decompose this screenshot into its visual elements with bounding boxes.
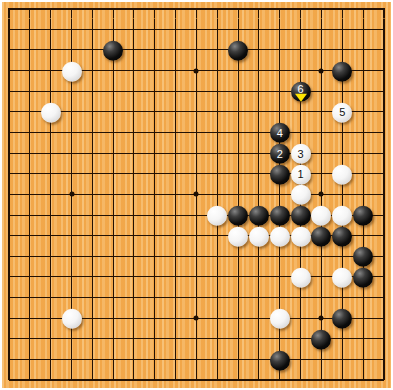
intersection[interactable] (311, 0, 332, 19)
intersection[interactable] (165, 349, 186, 370)
intersection[interactable] (103, 370, 124, 390)
intersection[interactable] (228, 205, 249, 226)
intersection[interactable] (103, 246, 124, 267)
intersection[interactable] (82, 143, 103, 164)
intersection[interactable] (186, 267, 207, 288)
intersection[interactable] (82, 246, 103, 267)
intersection[interactable] (290, 205, 311, 226)
intersection[interactable] (311, 329, 332, 350)
intersection[interactable] (19, 205, 40, 226)
intersection[interactable] (0, 60, 19, 81)
intersection[interactable] (0, 184, 19, 205)
intersection[interactable] (186, 205, 207, 226)
intersection[interactable] (103, 122, 124, 143)
intersection[interactable] (228, 267, 249, 288)
intersection[interactable] (290, 246, 311, 267)
intersection[interactable] (290, 184, 311, 205)
intersection[interactable] (186, 19, 207, 40)
intersection[interactable] (61, 370, 82, 390)
intersection[interactable] (249, 267, 270, 288)
intersection[interactable] (186, 184, 207, 205)
intersection[interactable] (124, 81, 145, 102)
intersection[interactable] (40, 308, 61, 329)
intersection[interactable] (103, 329, 124, 350)
intersection[interactable] (290, 19, 311, 40)
intersection[interactable]: 5 (332, 102, 353, 123)
intersection[interactable] (103, 205, 124, 226)
intersection[interactable] (0, 143, 19, 164)
intersection[interactable] (103, 40, 124, 61)
intersection[interactable] (249, 349, 270, 370)
intersection[interactable] (207, 40, 228, 61)
intersection[interactable] (103, 163, 124, 184)
intersection[interactable] (228, 370, 249, 390)
intersection[interactable] (61, 40, 82, 61)
intersection[interactable] (311, 122, 332, 143)
intersection[interactable] (103, 19, 124, 40)
intersection[interactable]: 1 (290, 163, 311, 184)
intersection[interactable] (186, 40, 207, 61)
intersection[interactable] (40, 246, 61, 267)
intersection[interactable] (228, 19, 249, 40)
intersection[interactable] (353, 267, 374, 288)
intersection[interactable] (144, 184, 165, 205)
intersection[interactable] (207, 308, 228, 329)
intersection[interactable] (269, 60, 290, 81)
intersection[interactable] (124, 19, 145, 40)
intersection[interactable] (165, 19, 186, 40)
intersection[interactable] (61, 205, 82, 226)
intersection[interactable] (0, 163, 19, 184)
intersection[interactable] (332, 122, 353, 143)
intersection[interactable] (228, 143, 249, 164)
intersection[interactable] (207, 19, 228, 40)
intersection[interactable] (374, 0, 393, 19)
intersection[interactable] (124, 143, 145, 164)
intersection[interactable] (124, 60, 145, 81)
intersection[interactable] (124, 370, 145, 390)
intersection[interactable] (311, 246, 332, 267)
intersection[interactable] (228, 81, 249, 102)
intersection[interactable] (207, 122, 228, 143)
intersection[interactable] (290, 225, 311, 246)
intersection[interactable] (19, 329, 40, 350)
intersection[interactable] (124, 122, 145, 143)
intersection[interactable] (290, 40, 311, 61)
intersection[interactable] (374, 308, 393, 329)
intersection[interactable] (269, 184, 290, 205)
intersection[interactable] (332, 184, 353, 205)
intersection[interactable] (144, 246, 165, 267)
intersection[interactable] (311, 225, 332, 246)
intersection[interactable] (228, 102, 249, 123)
intersection[interactable] (374, 102, 393, 123)
intersection[interactable] (82, 370, 103, 390)
intersection[interactable] (40, 329, 61, 350)
intersection[interactable] (228, 225, 249, 246)
intersection[interactable] (82, 267, 103, 288)
intersection[interactable] (165, 370, 186, 390)
intersection[interactable] (0, 267, 19, 288)
intersection[interactable]: 6 (290, 81, 311, 102)
intersection[interactable] (82, 60, 103, 81)
intersection[interactable] (311, 40, 332, 61)
intersection[interactable] (124, 349, 145, 370)
intersection[interactable] (353, 329, 374, 350)
intersection[interactable] (269, 40, 290, 61)
intersection[interactable] (165, 308, 186, 329)
intersection[interactable] (144, 287, 165, 308)
intersection[interactable] (40, 163, 61, 184)
intersection[interactable] (103, 143, 124, 164)
intersection[interactable] (332, 163, 353, 184)
intersection[interactable] (269, 287, 290, 308)
intersection[interactable] (269, 205, 290, 226)
intersection[interactable] (228, 163, 249, 184)
intersection[interactable] (19, 184, 40, 205)
intersection[interactable] (353, 81, 374, 102)
intersection[interactable] (124, 287, 145, 308)
intersection[interactable] (40, 0, 61, 19)
intersection[interactable] (311, 267, 332, 288)
intersection[interactable] (103, 287, 124, 308)
intersection[interactable] (103, 308, 124, 329)
intersection[interactable] (228, 329, 249, 350)
intersection[interactable] (165, 163, 186, 184)
intersection[interactable] (249, 81, 270, 102)
intersection[interactable] (269, 370, 290, 390)
intersection[interactable] (249, 163, 270, 184)
intersection[interactable] (61, 184, 82, 205)
intersection[interactable] (19, 143, 40, 164)
intersection[interactable] (0, 308, 19, 329)
intersection[interactable] (290, 308, 311, 329)
intersection[interactable] (124, 246, 145, 267)
intersection[interactable] (249, 246, 270, 267)
intersection[interactable] (19, 0, 40, 19)
intersection[interactable] (332, 287, 353, 308)
intersection[interactable] (40, 225, 61, 246)
intersection[interactable] (249, 40, 270, 61)
intersection[interactable] (374, 143, 393, 164)
intersection[interactable] (332, 19, 353, 40)
intersection[interactable] (61, 0, 82, 19)
intersection[interactable] (228, 246, 249, 267)
intersection[interactable] (353, 246, 374, 267)
intersection[interactable] (311, 143, 332, 164)
intersection[interactable] (249, 329, 270, 350)
intersection[interactable] (61, 122, 82, 143)
intersection[interactable]: 4 (269, 122, 290, 143)
intersection[interactable] (186, 225, 207, 246)
intersection[interactable] (249, 287, 270, 308)
intersection[interactable] (82, 122, 103, 143)
intersection[interactable] (207, 267, 228, 288)
go-board[interactable]: 654231 (2, 2, 391, 388)
intersection[interactable] (40, 287, 61, 308)
intersection[interactable] (124, 267, 145, 288)
intersection[interactable] (40, 102, 61, 123)
intersection[interactable] (374, 205, 393, 226)
intersection[interactable] (19, 246, 40, 267)
intersection[interactable] (0, 329, 19, 350)
intersection[interactable] (61, 143, 82, 164)
intersection[interactable] (353, 163, 374, 184)
intersection[interactable] (165, 81, 186, 102)
intersection[interactable] (228, 308, 249, 329)
intersection[interactable] (165, 184, 186, 205)
intersection[interactable] (144, 205, 165, 226)
intersection[interactable] (19, 308, 40, 329)
intersection[interactable] (165, 287, 186, 308)
intersection[interactable] (332, 0, 353, 19)
intersection[interactable] (374, 184, 393, 205)
intersection[interactable] (269, 225, 290, 246)
intersection[interactable] (207, 81, 228, 102)
intersection[interactable] (61, 225, 82, 246)
intersection[interactable] (124, 225, 145, 246)
intersection[interactable] (165, 205, 186, 226)
intersection[interactable] (124, 205, 145, 226)
intersection[interactable] (332, 225, 353, 246)
intersection[interactable] (82, 0, 103, 19)
intersection[interactable] (103, 225, 124, 246)
intersection[interactable] (207, 143, 228, 164)
intersection[interactable] (186, 163, 207, 184)
intersection[interactable] (0, 19, 19, 40)
intersection[interactable] (61, 349, 82, 370)
intersection[interactable] (165, 122, 186, 143)
intersection[interactable] (82, 349, 103, 370)
intersection[interactable] (82, 40, 103, 61)
intersection[interactable] (19, 40, 40, 61)
intersection[interactable] (228, 287, 249, 308)
intersection[interactable] (0, 102, 19, 123)
intersection[interactable] (61, 329, 82, 350)
intersection[interactable] (311, 19, 332, 40)
intersection[interactable] (374, 329, 393, 350)
intersection[interactable] (186, 0, 207, 19)
intersection[interactable] (19, 122, 40, 143)
intersection[interactable] (61, 267, 82, 288)
intersection[interactable] (82, 102, 103, 123)
intersection[interactable] (144, 122, 165, 143)
intersection[interactable] (228, 40, 249, 61)
intersection[interactable] (144, 370, 165, 390)
intersection[interactable] (249, 205, 270, 226)
intersection[interactable] (144, 60, 165, 81)
intersection[interactable] (186, 287, 207, 308)
intersection[interactable] (249, 0, 270, 19)
intersection[interactable] (165, 225, 186, 246)
intersection[interactable] (19, 225, 40, 246)
intersection[interactable] (290, 122, 311, 143)
intersection[interactable] (186, 102, 207, 123)
intersection[interactable] (353, 205, 374, 226)
intersection[interactable] (19, 81, 40, 102)
intersection[interactable] (290, 102, 311, 123)
intersection[interactable] (186, 349, 207, 370)
intersection[interactable] (103, 102, 124, 123)
intersection[interactable] (269, 81, 290, 102)
intersection[interactable] (61, 246, 82, 267)
intersection[interactable] (40, 370, 61, 390)
intersection[interactable] (290, 329, 311, 350)
intersection[interactable] (124, 184, 145, 205)
intersection[interactable] (353, 0, 374, 19)
intersection[interactable] (144, 81, 165, 102)
intersection[interactable] (165, 60, 186, 81)
intersection[interactable] (228, 122, 249, 143)
intersection[interactable] (249, 143, 270, 164)
intersection[interactable] (40, 184, 61, 205)
intersection[interactable] (186, 81, 207, 102)
intersection[interactable] (61, 287, 82, 308)
intersection[interactable] (311, 349, 332, 370)
intersection[interactable] (61, 163, 82, 184)
intersection[interactable] (207, 370, 228, 390)
intersection[interactable] (61, 60, 82, 81)
intersection[interactable] (374, 349, 393, 370)
intersection[interactable] (186, 122, 207, 143)
intersection[interactable] (40, 81, 61, 102)
intersection[interactable] (353, 184, 374, 205)
intersection[interactable] (311, 163, 332, 184)
intersection[interactable] (353, 349, 374, 370)
intersection[interactable] (332, 246, 353, 267)
intersection[interactable] (207, 246, 228, 267)
intersection[interactable] (249, 225, 270, 246)
intersection[interactable] (374, 267, 393, 288)
intersection[interactable] (144, 143, 165, 164)
intersection[interactable] (228, 349, 249, 370)
intersection[interactable] (374, 60, 393, 81)
intersection[interactable] (353, 287, 374, 308)
intersection[interactable] (124, 102, 145, 123)
intersection[interactable] (19, 287, 40, 308)
intersection[interactable] (103, 184, 124, 205)
intersection[interactable] (0, 246, 19, 267)
intersection[interactable] (144, 225, 165, 246)
intersection[interactable] (249, 370, 270, 390)
intersection[interactable] (269, 163, 290, 184)
intersection[interactable] (186, 143, 207, 164)
intersection[interactable] (0, 349, 19, 370)
intersection[interactable] (144, 40, 165, 61)
intersection[interactable] (82, 81, 103, 102)
intersection[interactable] (19, 60, 40, 81)
intersection[interactable] (144, 329, 165, 350)
intersection[interactable] (0, 122, 19, 143)
intersection[interactable] (165, 246, 186, 267)
intersection[interactable] (311, 370, 332, 390)
intersection[interactable] (207, 329, 228, 350)
intersection[interactable] (249, 60, 270, 81)
intersection[interactable] (165, 40, 186, 61)
intersection[interactable] (0, 287, 19, 308)
intersection[interactable] (311, 308, 332, 329)
intersection[interactable] (124, 163, 145, 184)
intersection[interactable] (332, 329, 353, 350)
intersection[interactable] (269, 349, 290, 370)
intersection[interactable] (249, 102, 270, 123)
intersection[interactable] (124, 329, 145, 350)
intersection[interactable] (374, 122, 393, 143)
intersection[interactable] (61, 308, 82, 329)
intersection[interactable] (19, 102, 40, 123)
intersection[interactable] (40, 143, 61, 164)
intersection[interactable] (290, 267, 311, 288)
intersection[interactable] (353, 19, 374, 40)
intersection[interactable] (40, 122, 61, 143)
intersection[interactable] (269, 267, 290, 288)
intersection[interactable] (374, 19, 393, 40)
intersection[interactable] (40, 19, 61, 40)
intersection[interactable] (40, 349, 61, 370)
intersection[interactable] (144, 163, 165, 184)
intersection[interactable] (207, 163, 228, 184)
intersection[interactable] (290, 349, 311, 370)
intersection[interactable] (82, 205, 103, 226)
intersection[interactable] (269, 308, 290, 329)
intersection[interactable] (165, 0, 186, 19)
intersection[interactable] (374, 163, 393, 184)
intersection[interactable] (207, 287, 228, 308)
intersection[interactable] (353, 102, 374, 123)
intersection[interactable] (186, 329, 207, 350)
intersection[interactable] (269, 246, 290, 267)
intersection[interactable] (19, 370, 40, 390)
intersection[interactable]: 3 (290, 143, 311, 164)
intersection[interactable] (374, 40, 393, 61)
intersection[interactable] (207, 184, 228, 205)
intersection[interactable] (0, 81, 19, 102)
intersection[interactable] (228, 184, 249, 205)
intersection[interactable] (249, 19, 270, 40)
intersection[interactable] (124, 40, 145, 61)
intersection[interactable] (186, 246, 207, 267)
intersection[interactable] (103, 349, 124, 370)
intersection[interactable] (82, 225, 103, 246)
intersection[interactable] (82, 287, 103, 308)
intersection[interactable] (290, 0, 311, 19)
intersection[interactable] (332, 40, 353, 61)
intersection[interactable] (269, 0, 290, 19)
intersection[interactable]: 2 (269, 143, 290, 164)
intersection[interactable] (40, 60, 61, 81)
intersection[interactable] (82, 329, 103, 350)
intersection[interactable] (332, 267, 353, 288)
intersection[interactable] (332, 60, 353, 81)
intersection[interactable] (374, 370, 393, 390)
intersection[interactable] (144, 102, 165, 123)
intersection[interactable] (290, 287, 311, 308)
intersection[interactable] (332, 81, 353, 102)
intersection[interactable] (332, 349, 353, 370)
intersection[interactable] (332, 143, 353, 164)
intersection[interactable] (353, 60, 374, 81)
intersection[interactable] (40, 40, 61, 61)
intersection[interactable] (207, 349, 228, 370)
intersection[interactable] (353, 122, 374, 143)
intersection[interactable] (165, 267, 186, 288)
intersection[interactable] (82, 163, 103, 184)
intersection[interactable] (249, 308, 270, 329)
intersection[interactable] (144, 19, 165, 40)
intersection[interactable] (311, 81, 332, 102)
intersection[interactable] (353, 370, 374, 390)
intersection[interactable] (207, 225, 228, 246)
